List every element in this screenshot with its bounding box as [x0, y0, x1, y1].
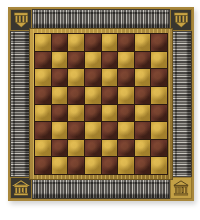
- square-d4[interactable]: [85, 105, 101, 122]
- board-grid: [34, 33, 168, 175]
- square-a3[interactable]: [35, 122, 51, 139]
- gold-beaded-trim: [29, 28, 173, 180]
- square-a4[interactable]: [35, 105, 51, 122]
- temple-icon: [10, 177, 32, 199]
- square-d3[interactable]: [85, 122, 101, 139]
- square-e5[interactable]: [102, 87, 118, 104]
- square-g3[interactable]: [135, 122, 151, 139]
- square-e8[interactable]: [102, 34, 118, 51]
- square-a7[interactable]: [35, 52, 51, 69]
- square-f7[interactable]: [118, 52, 134, 69]
- square-d2[interactable]: [85, 140, 101, 157]
- square-e3[interactable]: [102, 122, 118, 139]
- square-f4[interactable]: [118, 105, 134, 122]
- square-d6[interactable]: [85, 69, 101, 86]
- square-a5[interactable]: [35, 87, 51, 104]
- square-d7[interactable]: [85, 52, 101, 69]
- square-c3[interactable]: [68, 122, 84, 139]
- square-h2[interactable]: [151, 140, 167, 157]
- square-b4[interactable]: [52, 105, 68, 122]
- square-d5[interactable]: [85, 87, 101, 104]
- square-c2[interactable]: [68, 140, 84, 157]
- square-g1[interactable]: [135, 157, 151, 174]
- square-h6[interactable]: [151, 69, 167, 86]
- relief-frieze-bottom: [33, 180, 169, 198]
- square-g7[interactable]: [135, 52, 151, 69]
- relief-frieze-right: [173, 32, 191, 176]
- square-d8[interactable]: [85, 34, 101, 51]
- square-h8[interactable]: [151, 34, 167, 51]
- relief-frieze-left: [11, 32, 29, 176]
- square-g6[interactable]: [135, 69, 151, 86]
- square-e7[interactable]: [102, 52, 118, 69]
- square-a6[interactable]: [35, 69, 51, 86]
- square-d1[interactable]: [85, 157, 101, 174]
- square-h5[interactable]: [151, 87, 167, 104]
- square-a8[interactable]: [35, 34, 51, 51]
- square-h7[interactable]: [151, 52, 167, 69]
- square-f1[interactable]: [118, 157, 134, 174]
- chessboard-photo: [0, 0, 200, 220]
- square-b5[interactable]: [52, 87, 68, 104]
- square-f8[interactable]: [118, 34, 134, 51]
- square-b7[interactable]: [52, 52, 68, 69]
- square-c8[interactable]: [68, 34, 84, 51]
- square-e4[interactable]: [102, 105, 118, 122]
- square-c7[interactable]: [68, 52, 84, 69]
- square-c5[interactable]: [68, 87, 84, 104]
- square-e2[interactable]: [102, 140, 118, 157]
- square-f5[interactable]: [118, 87, 134, 104]
- square-c1[interactable]: [68, 157, 84, 174]
- column-capital-icon: [170, 9, 192, 31]
- square-g2[interactable]: [135, 140, 151, 157]
- square-c4[interactable]: [68, 105, 84, 122]
- square-f6[interactable]: [118, 69, 134, 86]
- square-a1[interactable]: [35, 157, 51, 174]
- square-g4[interactable]: [135, 105, 151, 122]
- square-b8[interactable]: [52, 34, 68, 51]
- square-h3[interactable]: [151, 122, 167, 139]
- square-b2[interactable]: [52, 140, 68, 157]
- square-a2[interactable]: [35, 140, 51, 157]
- square-c6[interactable]: [68, 69, 84, 86]
- square-f2[interactable]: [118, 140, 134, 157]
- square-b3[interactable]: [52, 122, 68, 139]
- square-h4[interactable]: [151, 105, 167, 122]
- square-e6[interactable]: [102, 69, 118, 86]
- square-f3[interactable]: [118, 122, 134, 139]
- square-h1[interactable]: [151, 157, 167, 174]
- square-g5[interactable]: [135, 87, 151, 104]
- square-g8[interactable]: [135, 34, 151, 51]
- relief-frieze-top: [33, 10, 169, 28]
- square-b1[interactable]: [52, 157, 68, 174]
- temple-icon: [170, 177, 192, 199]
- square-e1[interactable]: [102, 157, 118, 174]
- chess-board: [8, 7, 194, 201]
- square-b6[interactable]: [52, 69, 68, 86]
